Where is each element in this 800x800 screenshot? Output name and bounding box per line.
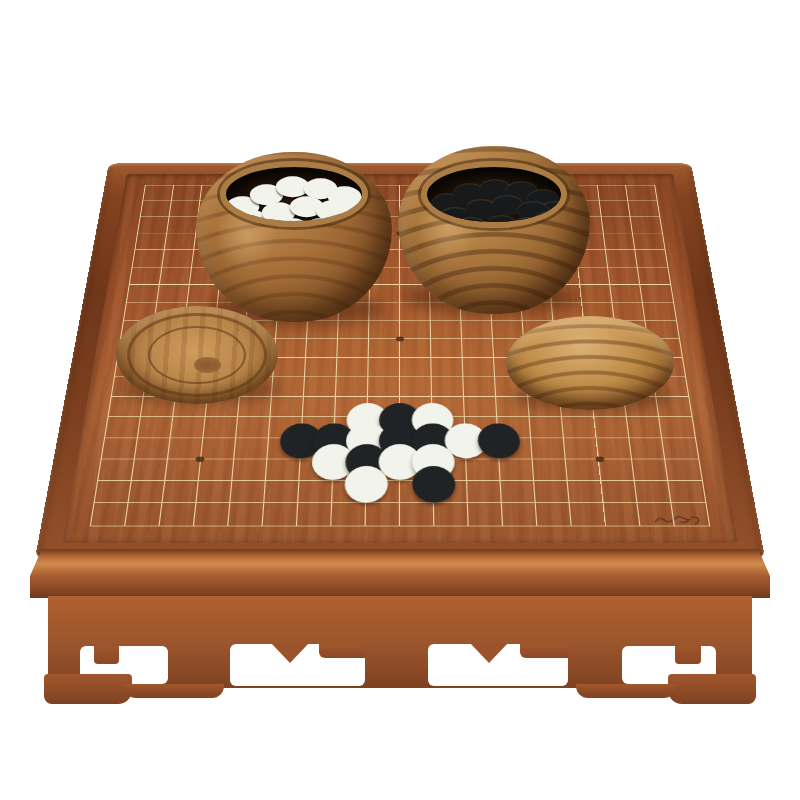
go-stone-white: ● xyxy=(341,456,391,504)
lid-center-grain xyxy=(194,357,222,373)
apron-carving-tab xyxy=(520,644,568,658)
table-apron xyxy=(48,596,752,688)
go-stone-black: ● xyxy=(474,415,524,460)
apron-carving-tab xyxy=(675,646,701,664)
white-stone-bowl: ●●●●●●●●●●●●●●●● xyxy=(196,152,392,322)
apron-carving-tab xyxy=(94,646,119,664)
white-bowl-opening: ●●●●●●●●●●●●●●●● xyxy=(220,161,369,227)
apron-carving-tab xyxy=(319,644,365,658)
bowl-lid-face-down xyxy=(506,316,674,410)
star-point xyxy=(396,337,404,342)
go-table-product-photo: ●●●●●●●●●●●●●●●● xyxy=(0,0,800,800)
white-stones-pile: ●●●●●●●●●●●●●●●● xyxy=(226,167,363,221)
table-foot-mid-right xyxy=(576,684,676,698)
black-stone-bowl: ●●●●●●●●●●●●●● xyxy=(398,146,590,314)
table-foot-left xyxy=(44,674,132,704)
bowl-lid-face-up xyxy=(116,306,278,404)
table-front-molding xyxy=(30,549,770,598)
star-point xyxy=(196,457,205,463)
black-bowl-opening: ●●●●●●●●●●●●●● xyxy=(421,161,567,228)
star-point xyxy=(595,457,604,463)
lid-ring xyxy=(148,326,245,385)
apron-cutout-cloud-right xyxy=(428,644,568,686)
go-stone-black: ● xyxy=(409,456,459,504)
apron-cutout-cloud-left xyxy=(230,644,365,686)
table-foot-right xyxy=(668,674,756,704)
table-foot-mid-left xyxy=(124,684,224,698)
black-stones-pile: ●●●●●●●●●●●●●● xyxy=(427,167,561,222)
signature-mark xyxy=(651,513,704,528)
apron-carving-peak xyxy=(271,643,309,663)
apron-carving-peak xyxy=(470,643,508,663)
